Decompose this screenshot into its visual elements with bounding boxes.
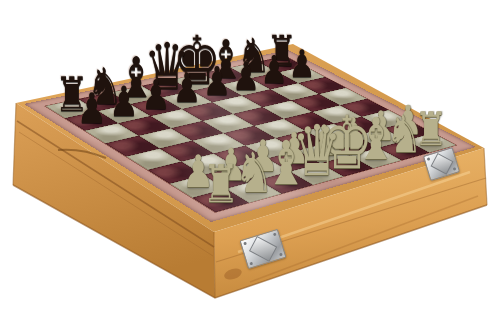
latch-screw <box>273 233 277 237</box>
latch-screw <box>453 167 457 171</box>
latch-screw <box>279 253 283 257</box>
latch-hasp-icon <box>430 153 453 175</box>
latch-hasp-icon <box>249 236 277 262</box>
latch-screw <box>249 262 253 266</box>
product-photo-scene: ♜♞♝♛♚♝♞♜♟♟♟♟♟♟♟♟♟♟♟♟♟♟♟♟♜♞♝♛♚♝♞♜ <box>0 0 500 316</box>
latch-screw <box>243 242 247 246</box>
latch-screw <box>427 157 431 161</box>
